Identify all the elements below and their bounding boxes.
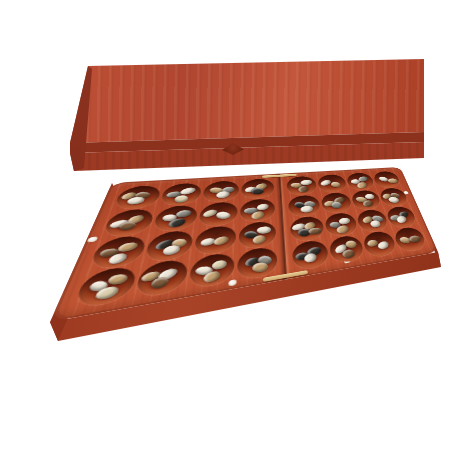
pit-b2[interactable]: [152, 204, 199, 232]
pit-b1[interactable]: [101, 208, 155, 238]
stone: [213, 234, 230, 246]
stone: [376, 240, 390, 251]
stone: [200, 237, 215, 246]
pit-b5[interactable]: [288, 194, 322, 217]
stone: [176, 209, 192, 217]
pit-c3[interactable]: [193, 225, 236, 256]
pit-d1[interactable]: [72, 265, 139, 309]
stone: [117, 241, 137, 253]
stone: [387, 178, 397, 183]
pit-a7[interactable]: [345, 172, 375, 190]
stone: [330, 201, 342, 209]
stone: [338, 217, 351, 225]
stone: [366, 239, 378, 247]
stone: [179, 186, 196, 195]
pit-d5[interactable]: [292, 239, 330, 271]
stone: [408, 235, 421, 242]
stone: [300, 179, 313, 186]
stone: [250, 263, 268, 273]
stone: [330, 181, 341, 188]
stone: [300, 205, 313, 213]
stone: [364, 194, 374, 200]
pit-b7[interactable]: [350, 190, 382, 211]
pit-b4[interactable]: [240, 198, 276, 223]
stone: [216, 190, 230, 199]
stone: [106, 274, 131, 284]
inlay-dot-front-left: [228, 279, 236, 286]
pit-b6[interactable]: [320, 192, 353, 214]
product-photo-stage: [0, 0, 452, 452]
stone: [388, 197, 398, 204]
pit-c2[interactable]: [143, 229, 194, 263]
pit-a8[interactable]: [372, 171, 402, 189]
stone: [342, 249, 355, 259]
pit-a1[interactable]: [113, 185, 163, 210]
stone: [256, 226, 272, 233]
stone: [362, 199, 375, 207]
pit-c6[interactable]: [324, 212, 359, 238]
pit-d8[interactable]: [392, 226, 428, 252]
stone: [256, 203, 270, 211]
pit-a4[interactable]: [241, 178, 274, 200]
pit-a3[interactable]: [202, 180, 239, 203]
pit-c8[interactable]: [385, 206, 418, 229]
pit-c1[interactable]: [88, 234, 148, 270]
pit-c5[interactable]: [289, 215, 325, 242]
stone: [211, 259, 227, 270]
pit-d6[interactable]: [328, 234, 365, 264]
pit-a5[interactable]: [286, 176, 318, 196]
stone: [308, 228, 321, 235]
pit-d2[interactable]: [133, 258, 189, 298]
pit-d7[interactable]: [361, 230, 398, 258]
stone: [370, 221, 380, 228]
stone: [319, 179, 332, 187]
pit-c7[interactable]: [355, 209, 389, 233]
pit-a2[interactable]: [159, 182, 202, 206]
inlay-dot-left: [87, 236, 99, 242]
stone: [249, 187, 265, 195]
pit-c4[interactable]: [238, 220, 276, 249]
pit-a6[interactable]: [317, 174, 348, 193]
pit-b3[interactable]: [198, 201, 238, 228]
